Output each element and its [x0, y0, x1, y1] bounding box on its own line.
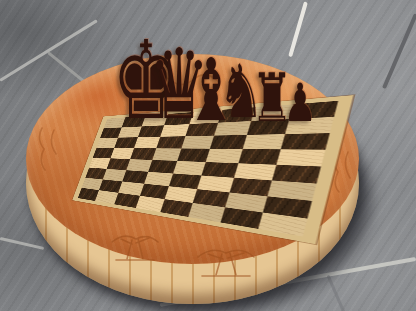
rim-carving-tree: [108, 230, 162, 262]
square-f5[interactable]: [206, 149, 243, 164]
square-f1[interactable]: [188, 203, 225, 223]
square-h5[interactable]: [276, 149, 325, 166]
chess-piece-pawn-g8[interactable]: ♟: [283, 77, 316, 130]
tile-grout-line: [327, 275, 346, 311]
square-g5[interactable]: [238, 149, 280, 165]
tile-grout-line: [0, 237, 44, 250]
rim-carving-marks: [34, 126, 62, 172]
tile-grout-line: [288, 1, 308, 57]
scene: ♚♛♝♞♜♟: [0, 0, 416, 311]
rim-carving-tree: [192, 244, 258, 278]
square-e5[interactable]: [177, 149, 210, 163]
tile-grout-line: [382, 13, 416, 89]
